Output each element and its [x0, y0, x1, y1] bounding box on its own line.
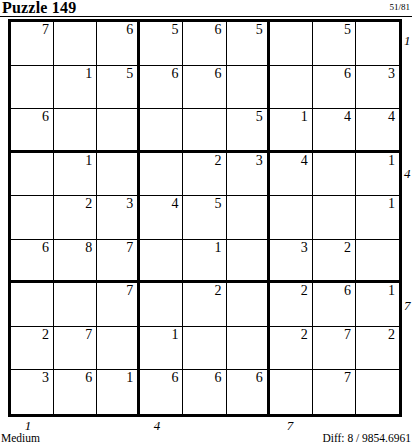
- puzzle-counter: 51/81: [389, 2, 410, 12]
- cell-r7c2: [54, 283, 97, 327]
- cell-r7c1: [11, 283, 54, 327]
- cell-r8c9: 2: [356, 327, 399, 371]
- cell-r2c2: 1: [54, 66, 97, 110]
- cell-r9c8: 7: [313, 370, 356, 414]
- cell-r3c9: 4: [356, 109, 399, 153]
- puzzle-title: Puzzle 149: [2, 0, 76, 17]
- cell-r9c4: 6: [140, 370, 183, 414]
- cell-r4c8: [313, 153, 356, 197]
- cell-r3c1: 6: [11, 109, 54, 153]
- cell-r2c4: 6: [140, 66, 183, 110]
- col-band-label-7: 7: [279, 418, 301, 434]
- cell-r3c5: [183, 109, 226, 153]
- row-band-label-7: 7: [404, 298, 412, 314]
- cell-r2c1: [11, 66, 54, 110]
- cell-r1c3: 6: [97, 22, 140, 66]
- cell-r2c6: [227, 66, 270, 110]
- cell-r2c7: [270, 66, 313, 110]
- cell-r7c9: 1: [356, 283, 399, 327]
- cell-r9c3: 1: [97, 370, 140, 414]
- cell-r3c8: 4: [313, 109, 356, 153]
- cell-r6c9: [356, 240, 399, 284]
- cell-r8c3: [97, 327, 140, 371]
- cell-r2c5: 6: [183, 66, 226, 110]
- cell-r1c2: [54, 22, 97, 66]
- cell-r3c6: 5: [227, 109, 270, 153]
- cell-r7c3: 7: [97, 283, 140, 327]
- cell-r7c6: [227, 283, 270, 327]
- cell-r6c2: 8: [54, 240, 97, 284]
- cell-r9c9: [356, 370, 399, 414]
- cell-r1c8: 5: [313, 22, 356, 66]
- cell-r9c2: 6: [54, 370, 97, 414]
- cell-r5c4: 4: [140, 196, 183, 240]
- cell-r6c5: 1: [183, 240, 226, 284]
- cell-r5c1: [11, 196, 54, 240]
- cell-r4c4: [140, 153, 183, 197]
- cell-r9c5: 6: [183, 370, 226, 414]
- cell-r8c4: 1: [140, 327, 183, 371]
- cell-r7c4: [140, 283, 183, 327]
- cell-r1c5: 6: [183, 22, 226, 66]
- cell-r2c9: 3: [356, 66, 399, 110]
- row-band-label-4: 4: [404, 166, 412, 182]
- cell-r2c3: 5: [97, 66, 140, 110]
- cell-r1c4: 5: [140, 22, 183, 66]
- cell-r5c9: 1: [356, 196, 399, 240]
- cell-r4c6: 3: [227, 153, 270, 197]
- sudoku-board: 7656551566636514412341234516871327226127…: [8, 19, 402, 417]
- cell-r8c7: 2: [270, 327, 313, 371]
- col-band-label-4: 4: [146, 418, 168, 434]
- cell-r5c3: 3: [97, 196, 140, 240]
- cell-r2c8: 6: [313, 66, 356, 110]
- cell-r6c4: [140, 240, 183, 284]
- diff-score-label: Diff: 8 / 9854.6961: [322, 432, 411, 444]
- cell-r8c8: 7: [313, 327, 356, 371]
- cell-r6c1: 6: [11, 240, 54, 284]
- cell-r5c6: [227, 196, 270, 240]
- cell-r4c7: 4: [270, 153, 313, 197]
- cell-r1c7: [270, 22, 313, 66]
- cell-r7c5: 2: [183, 283, 226, 327]
- cell-r9c1: 3: [11, 370, 54, 414]
- cell-r4c9: 1: [356, 153, 399, 197]
- header-rule: [0, 16, 412, 17]
- cell-r4c1: [11, 153, 54, 197]
- puzzle-page: Puzzle 149 51/81 76565515666365144123412…: [0, 0, 412, 445]
- cell-r4c2: 1: [54, 153, 97, 197]
- cell-r9c7: [270, 370, 313, 414]
- cell-r8c6: [227, 327, 270, 371]
- cell-r3c7: 1: [270, 109, 313, 153]
- cell-r4c3: [97, 153, 140, 197]
- cell-r5c2: 2: [54, 196, 97, 240]
- cell-r6c8: 2: [313, 240, 356, 284]
- cell-r5c7: [270, 196, 313, 240]
- cell-r6c7: 3: [270, 240, 313, 284]
- cell-r4c5: 2: [183, 153, 226, 197]
- cell-r5c5: 5: [183, 196, 226, 240]
- cell-r8c2: 7: [54, 327, 97, 371]
- cell-r3c3: [97, 109, 140, 153]
- cell-r1c1: 7: [11, 22, 54, 66]
- cell-r7c7: 2: [270, 283, 313, 327]
- cell-r3c4: [140, 109, 183, 153]
- cell-r5c8: [313, 196, 356, 240]
- cell-r7c8: 6: [313, 283, 356, 327]
- cell-r3c2: [54, 109, 97, 153]
- cell-r1c6: 5: [227, 22, 270, 66]
- cell-r6c6: [227, 240, 270, 284]
- difficulty-label: Medium: [1, 432, 40, 444]
- cell-r6c3: 7: [97, 240, 140, 284]
- cell-r8c1: 2: [11, 327, 54, 371]
- cell-r8c5: [183, 327, 226, 371]
- cell-r9c6: 6: [227, 370, 270, 414]
- row-band-label-1: 1: [404, 33, 412, 49]
- cell-r1c9: [356, 22, 399, 66]
